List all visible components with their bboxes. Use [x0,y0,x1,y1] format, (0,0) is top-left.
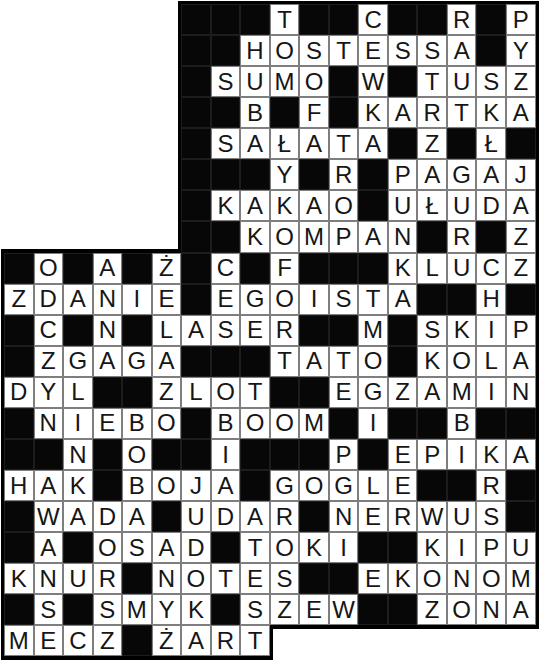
letter-cell-r18c6[interactable]: A [152,532,182,563]
block-cell-r5c16 [447,128,477,159]
letter-cell-r9c6[interactable]: Ż [152,253,182,284]
letter-cell-r20c5[interactable]: M [122,594,152,625]
letter-cell-r16c10[interactable]: G [270,470,300,501]
letter-cell-r4c16[interactable]: T [447,97,477,128]
letter-cell-r14c11[interactable]: M [299,408,329,439]
letter-cell-r7c12[interactable]: O [329,190,359,221]
letter-cell-r2c14[interactable]: S [388,35,418,66]
letter-cell-r10c10[interactable]: O [270,284,300,315]
letter-cell-r14c4[interactable]: E [93,408,123,439]
letter-cell-r18c5[interactable]: S [122,532,152,563]
letter-cell-r9c14[interactable]: K [388,253,418,284]
letter-cell-r20c7[interactable]: K [181,594,211,625]
letter-cell-r14c8[interactable]: B [211,408,241,439]
block-cell-r15c7 [181,439,211,470]
letter-cell-r13c15[interactable]: A [417,377,447,408]
letter-cell-r16c13[interactable]: L [358,470,388,501]
letter-cell-r8c18[interactable]: Z [506,221,536,252]
letter-cell-r11c10[interactable]: R [270,315,300,346]
letter-cell-r10c12[interactable]: S [329,284,359,315]
letter-cell-r20c12[interactable]: W [329,594,359,625]
letter-cell-r18c15[interactable]: K [417,532,447,563]
letter-cell-r6c18[interactable]: J [506,159,536,190]
block-cell-r8c17 [476,221,506,252]
letter-cell-r12c4[interactable]: A [93,346,123,377]
letter-cell-r3c11[interactable]: O [299,66,329,97]
letter-cell-r19c8[interactable]: T [211,563,241,594]
block-cell-r4c8 [211,97,241,128]
block-cell-r17c11 [299,501,329,532]
letter-cell-r19c4[interactable]: R [93,563,123,594]
block-cell-r1c17 [476,4,506,35]
letter-cell-r17c4[interactable]: D [93,501,123,532]
letter-cell-r21c6[interactable]: Ż [152,625,182,656]
letter-cell-r12c6[interactable]: A [152,346,182,377]
letter-cell-r7c11[interactable]: A [299,190,329,221]
block-cell-r10c7 [181,284,211,315]
letter-cell-r14c3[interactable]: I [63,408,93,439]
letter-cell-r20c9[interactable]: S [240,594,270,625]
letter-cell-r17c8[interactable]: D [211,501,241,532]
block-cell-r15c11 [299,439,329,470]
letter-cell-r14c5[interactable]: B [122,408,152,439]
block-cell-r12c8 [211,346,241,377]
block-cell-r10c16 [447,284,477,315]
letter-cell-r18c7[interactable]: D [181,532,211,563]
letter-cell-r4c13[interactable]: K [358,97,388,128]
letter-cell-r20c6[interactable]: Y [152,594,182,625]
letter-cell-r9c16[interactable]: U [447,253,477,284]
letter-cell-r10c3[interactable]: A [63,284,93,315]
letter-cell-r13c1[interactable]: D [4,377,34,408]
letter-cell-r7c8[interactable]: K [211,190,241,221]
letter-cell-r9c8[interactable]: C [211,253,241,284]
block-cell-r21c5 [122,625,152,656]
letter-cell-r11c4[interactable]: N [93,315,123,346]
letter-cell-r2c16[interactable]: A [447,35,477,66]
letter-cell-r14c13[interactable]: I [358,408,388,439]
letter-cell-r19c6[interactable]: N [152,563,182,594]
letter-cell-r17c2[interactable]: W [34,501,64,532]
letter-cell-r12c11[interactable]: A [299,346,329,377]
letter-cell-r4c9[interactable]: B [240,97,270,128]
block-cell-r6c13 [358,159,388,190]
letter-cell-r21c7[interactable]: A [181,625,211,656]
letter-cell-r16c2[interactable]: A [34,470,64,501]
letter-cell-r15c15[interactable]: P [417,439,447,470]
letter-cell-r18c18[interactable]: U [506,532,536,563]
block-cell-r2c8 [211,35,241,66]
block-cell-r3c12 [329,66,359,97]
letter-cell-r13c2[interactable]: Y [34,377,64,408]
block-cell-r13c5 [122,377,152,408]
letter-cell-r10c17[interactable]: H [476,284,506,315]
block-cell-r15c10 [270,439,300,470]
letter-cell-r13c8[interactable]: O [211,377,241,408]
letter-cell-r3c17[interactable]: S [476,66,506,97]
letter-cell-r7c10[interactable]: K [270,190,300,221]
letter-cell-r9c15[interactable]: L [417,253,447,284]
block-cell-r6c7 [181,159,211,190]
letter-cell-r11c9[interactable]: E [240,315,270,346]
letter-cell-r18c16[interactable]: I [447,532,477,563]
block-cell-r11c14 [388,315,418,346]
letter-cell-r5c17[interactable]: Ł [476,128,506,159]
letter-cell-r15c3[interactable]: N [63,439,93,470]
letter-cell-r2c9[interactable]: H [240,35,270,66]
letter-cell-r13c13[interactable]: G [358,377,388,408]
letter-cell-r11c2[interactable]: C [34,315,64,346]
block-cell-r5c14 [388,128,418,159]
letter-cell-r21c1[interactable]: M [4,625,34,656]
letter-cell-r16c11[interactable]: O [299,470,329,501]
letter-cell-r17c10[interactable]: R [270,501,300,532]
letter-cell-r20c10[interactable]: Z [270,594,300,625]
letter-cell-r8c13[interactable]: A [358,221,388,252]
letter-cell-r17c14[interactable]: R [388,501,418,532]
letter-cell-r8c9[interactable]: K [240,221,270,252]
letter-cell-r12c2[interactable]: Z [34,346,64,377]
block-cell-r13c10 [270,377,300,408]
letter-cell-r13c17[interactable]: I [476,377,506,408]
block-cell-r6c9 [240,159,270,190]
letter-cell-r13c6[interactable]: Z [152,377,182,408]
letter-cell-r5c15[interactable]: Z [417,128,447,159]
letter-cell-r17c7[interactable]: U [181,501,211,532]
block-cell-r15c4 [93,439,123,470]
letter-cell-r9c4[interactable]: A [93,253,123,284]
block-cell-r18c8 [211,532,241,563]
letter-cell-r7c9[interactable]: A [240,190,270,221]
block-cell-r20c13 [358,594,388,625]
block-cell-r4c7 [181,97,211,128]
letter-cell-r9c2[interactable]: O [34,253,64,284]
letter-cell-r1c13[interactable]: C [358,4,388,35]
letter-cell-r15c12[interactable]: P [329,439,359,470]
letter-cell-r11c6[interactable]: L [152,315,182,346]
letter-cell-r8c11[interactable]: M [299,221,329,252]
letter-cell-r3c9[interactable]: U [240,66,270,97]
letter-cell-r19c16[interactable]: N [447,563,477,594]
letter-cell-r6c12[interactable]: R [329,159,359,190]
letter-cell-r3c10[interactable]: M [270,66,300,97]
letter-cell-r10c5[interactable]: I [122,284,152,315]
letter-cell-r8c14[interactable]: N [388,221,418,252]
block-cell-r16c15 [417,470,447,501]
block-cell-r12c14 [388,346,418,377]
letter-cell-r19c9[interactable]: E [240,563,270,594]
letter-cell-r7c17[interactable]: D [476,190,506,221]
letter-cell-r10c8[interactable]: E [211,284,241,315]
block-cell-r14c14 [388,408,418,439]
letter-cell-r21c2[interactable]: E [34,625,64,656]
letter-cell-r15c18[interactable]: A [506,439,536,470]
block-cell-r20c3 [63,594,93,625]
letter-cell-r5c9[interactable]: A [240,128,270,159]
block-cell-r8c15 [417,221,447,252]
block-cell-r10c15 [417,284,447,315]
letter-cell-r21c8[interactable]: R [211,625,241,656]
letter-cell-r5c10[interactable]: Ł [270,128,300,159]
letter-cell-r3c18[interactable]: Z [506,66,536,97]
letter-cell-r10c2[interactable]: D [34,284,64,315]
letter-cell-r6c14[interactable]: P [388,159,418,190]
letter-cell-r17c17[interactable]: S [476,501,506,532]
block-cell-r5c7 [181,128,211,159]
letter-cell-r15c5[interactable]: O [122,439,152,470]
block-cell-r19c11 [299,563,329,594]
letter-cell-r19c3[interactable]: U [63,563,93,594]
letter-cell-r9c10[interactable]: F [270,253,300,284]
letter-cell-r11c17[interactable]: I [476,315,506,346]
block-cell-r16c18 [506,470,536,501]
letter-cell-r17c5[interactable]: A [122,501,152,532]
letter-cell-r2c12[interactable]: T [329,35,359,66]
letter-cell-r12c5[interactable]: G [122,346,152,377]
letter-cell-r7c14[interactable]: U [388,190,418,221]
block-cell-r3c14 [388,66,418,97]
letter-cell-r2c11[interactable]: S [299,35,329,66]
letter-cell-r13c12[interactable]: E [329,377,359,408]
letter-cell-r12c10[interactable]: T [270,346,300,377]
letter-cell-r15c16[interactable]: I [447,439,477,470]
block-cell-r9c7 [181,253,211,284]
crossword-board: TCRPHOSTESSAYSUMOWTUSZBFKARTKASAŁATAZŁYR… [0,0,540,664]
block-cell-r1c9 [240,4,270,35]
block-cell-r19c12 [329,563,359,594]
letter-cell-r21c3[interactable]: C [63,625,93,656]
letter-cell-r12c17[interactable]: L [476,346,506,377]
block-cell-r19c5 [122,563,152,594]
letter-cell-r15c14[interactable]: E [388,439,418,470]
letter-cell-r16c3[interactable]: K [63,470,93,501]
letter-cell-r3c13[interactable]: W [358,66,388,97]
letter-cell-r10c14[interactable]: A [388,284,418,315]
letter-cell-r20c16[interactable]: O [447,594,477,625]
letter-cell-r20c18[interactable]: A [506,594,536,625]
block-cell-r17c6 [152,501,182,532]
letter-cell-r14c6[interactable]: O [152,408,182,439]
letter-cell-r20c4[interactable]: S [93,594,123,625]
letter-cell-r6c10[interactable]: Y [270,159,300,190]
block-cell-r13c11 [299,377,329,408]
letter-cell-r3c15[interactable]: T [417,66,447,97]
letter-cell-r4c11[interactable]: F [299,97,329,128]
letter-cell-r14c2[interactable]: N [34,408,64,439]
letter-cell-r16c6[interactable]: O [152,470,182,501]
block-cell-r1c15 [417,4,447,35]
letter-cell-r10c1[interactable]: Z [4,284,34,315]
block-cell-r14c17 [476,408,506,439]
letter-cell-r13c9[interactable]: T [240,377,270,408]
letter-cell-r18c11[interactable]: K [299,532,329,563]
letter-cell-r19c15[interactable]: O [417,563,447,594]
block-cell-r18c1 [4,532,34,563]
letter-cell-r9c17[interactable]: C [476,253,506,284]
letter-cell-r4c17[interactable]: K [476,97,506,128]
letter-cell-r4c18[interactable]: A [506,97,536,128]
letter-cell-r8c12[interactable]: P [329,221,359,252]
letter-cell-r19c14[interactable]: K [388,563,418,594]
block-cell-r5c18 [506,128,536,159]
block-cell-r18c3 [63,532,93,563]
letter-cell-r6c15[interactable]: A [417,159,447,190]
block-cell-r9c13 [358,253,388,284]
block-cell-r12c7 [181,346,211,377]
block-cell-r7c13 [358,190,388,221]
letter-cell-r12c13[interactable]: O [358,346,388,377]
block-cell-r14c15 [417,408,447,439]
block-cell-r20c1 [4,594,34,625]
block-cell-r9c12 [329,253,359,284]
letter-cell-r13c16[interactable]: M [447,377,477,408]
letter-cell-r16c14[interactable]: E [388,470,418,501]
block-cell-r4c10 [270,97,300,128]
letter-cell-r17c13[interactable]: E [358,501,388,532]
letter-cell-r11c8[interactable]: S [211,315,241,346]
letter-cell-r20c2[interactable]: S [34,594,64,625]
letter-cell-r6c17[interactable]: A [476,159,506,190]
block-cell-r11c3 [63,315,93,346]
block-cell-r15c9 [240,439,270,470]
block-cell-r1c14 [388,4,418,35]
letter-cell-r18c9[interactable]: T [240,532,270,563]
block-cell-r12c9 [240,346,270,377]
letter-cell-r18c17[interactable]: P [476,532,506,563]
letter-cell-r17c16[interactable]: U [447,501,477,532]
letter-cell-r1c16[interactable]: R [447,4,477,35]
block-cell-r2c17 [476,35,506,66]
letter-cell-r19c13[interactable]: E [358,563,388,594]
letter-cell-r19c17[interactable]: O [476,563,506,594]
letter-cell-r16c5[interactable]: B [122,470,152,501]
block-cell-r20c14 [388,594,418,625]
letter-cell-r7c16[interactable]: U [447,190,477,221]
block-cell-r17c18 [506,501,536,532]
letter-cell-r19c1[interactable]: K [4,563,34,594]
letter-cell-r11c16[interactable]: K [447,315,477,346]
letter-cell-r11c13[interactable]: M [358,315,388,346]
block-cell-r14c12 [329,408,359,439]
letter-cell-r18c4[interactable]: O [93,532,123,563]
letter-cell-r18c12[interactable]: I [329,532,359,563]
letter-cell-r5c8[interactable]: S [211,128,241,159]
letter-cell-r17c3[interactable]: A [63,501,93,532]
letter-cell-r13c3[interactable]: L [63,377,93,408]
letter-cell-r16c1[interactable]: H [4,470,34,501]
letter-cell-r5c13[interactable]: A [358,128,388,159]
block-cell-r11c1 [4,315,34,346]
letter-cell-r12c18[interactable]: A [506,346,536,377]
letter-cell-r18c10[interactable]: O [270,532,300,563]
letter-cell-r2c10[interactable]: O [270,35,300,66]
letter-cell-r13c18[interactable]: N [506,377,536,408]
letter-cell-r14c16[interactable]: B [447,408,477,439]
letter-cell-r20c15[interactable]: Z [417,594,447,625]
letter-cell-r10c11[interactable]: I [299,284,329,315]
block-cell-r11c11 [299,315,329,346]
block-cell-r9c1 [4,253,34,284]
letter-cell-r7c18[interactable]: A [506,190,536,221]
letter-cell-r4c14[interactable]: A [388,97,418,128]
letter-cell-r10c13[interactable]: T [358,284,388,315]
letter-cell-r10c6[interactable]: E [152,284,182,315]
letter-cell-r19c7[interactable]: O [181,563,211,594]
letter-cell-r6c16[interactable]: G [447,159,477,190]
letter-cell-r11c15[interactable]: S [417,315,447,346]
letter-cell-r20c17[interactable]: N [476,594,506,625]
block-cell-r1c12 [329,4,359,35]
block-cell-r16c16 [447,470,477,501]
letter-cell-r2c15[interactable]: S [417,35,447,66]
block-cell-r12c1 [4,346,34,377]
block-cell-r1c8 [211,4,241,35]
block-cell-r15c2 [34,439,64,470]
letter-cell-r17c9[interactable]: A [240,501,270,532]
letter-cell-r16c8[interactable]: A [211,470,241,501]
letter-cell-r11c18[interactable]: P [506,315,536,346]
letter-cell-r17c15[interactable]: W [417,501,447,532]
letter-cell-r19c18[interactable]: M [506,563,536,594]
letter-cell-r1c10[interactable]: T [270,4,300,35]
block-cell-r18c13 [358,532,388,563]
letter-cell-r17c12[interactable]: N [329,501,359,532]
letter-cell-r12c3[interactable]: G [63,346,93,377]
block-cell-r20c8 [211,594,241,625]
letter-cell-r2c18[interactable]: Y [506,35,536,66]
block-cell-r9c11 [299,253,329,284]
letter-cell-r14c10[interactable]: O [270,408,300,439]
letter-cell-r5c12[interactable]: T [329,128,359,159]
letter-cell-r18c2[interactable]: A [34,532,64,563]
letter-cell-r14c9[interactable]: O [240,408,270,439]
letter-cell-r3c16[interactable]: U [447,66,477,97]
letter-cell-r4c15[interactable]: R [417,97,447,128]
letter-cell-r8c16[interactable]: R [447,221,477,252]
letter-cell-r10c4[interactable]: N [93,284,123,315]
letter-cell-r21c9[interactable]: T [240,625,270,656]
block-cell-r16c4 [93,470,123,501]
letter-cell-r19c10[interactable]: S [270,563,300,594]
letter-cell-r9c18[interactable]: Z [506,253,536,284]
letter-cell-r3c8[interactable]: S [211,66,241,97]
block-cell-r14c18 [506,408,536,439]
letter-cell-r16c12[interactable]: G [329,470,359,501]
letter-cell-r10c9[interactable]: G [240,284,270,315]
letter-cell-r12c12[interactable]: T [329,346,359,377]
block-cell-r6c11 [299,159,329,190]
letter-cell-r15c8[interactable]: I [211,439,241,470]
letter-cell-r2c13[interactable]: E [358,35,388,66]
letter-cell-r16c7[interactable]: J [181,470,211,501]
letter-cell-r16c17[interactable]: R [476,470,506,501]
letter-cell-r21c4[interactable]: Z [93,625,123,656]
block-cell-r3c7 [181,66,211,97]
block-cell-r9c3 [63,253,93,284]
letter-cell-r20c11[interactable]: E [299,594,329,625]
letter-cell-r19c2[interactable]: N [34,563,64,594]
letter-cell-r7c15[interactable]: Ł [417,190,447,221]
letter-cell-r11c7[interactable]: A [181,315,211,346]
letter-cell-r13c14[interactable]: Z [388,377,418,408]
letter-cell-r12c16[interactable]: O [447,346,477,377]
letter-cell-r1c18[interactable]: P [506,4,536,35]
letter-cell-r12c15[interactable]: K [417,346,447,377]
letter-cell-r15c17[interactable]: K [476,439,506,470]
letter-cell-r5c11[interactable]: A [299,128,329,159]
letter-cell-r13c7[interactable]: L [181,377,211,408]
letter-cell-r8c10[interactable]: O [270,221,300,252]
